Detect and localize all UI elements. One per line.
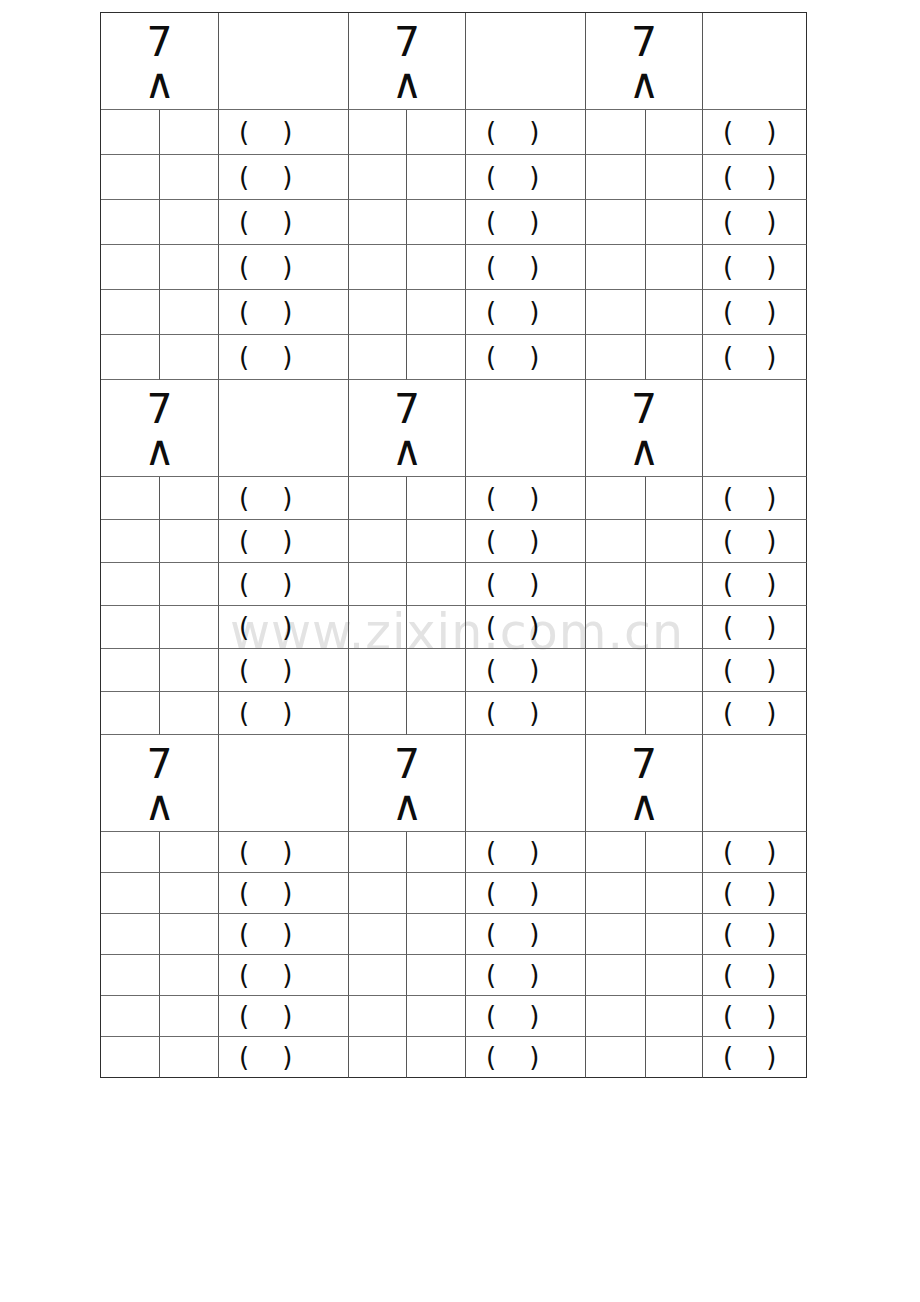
- part-write-cell: [646, 245, 703, 290]
- header-spacer-cell: [219, 735, 349, 832]
- number-bond-header: 7∧: [101, 735, 219, 832]
- answer-parens-cell: ( ): [219, 155, 349, 200]
- answer-parens-cell: ( ): [219, 649, 349, 692]
- worksheet-block: 7∧7∧7∧( )( )( )( )( )( )( )( )( )( )( )(…: [101, 13, 807, 380]
- part-write-cell: [586, 649, 646, 692]
- part-write-cell: [586, 110, 646, 155]
- part-write-cell: [646, 955, 703, 996]
- part-write-cell: [349, 245, 407, 290]
- answer-parens-cell: ( ): [703, 245, 807, 290]
- part-write-cell: [101, 692, 160, 735]
- part-write-cell: [586, 335, 646, 380]
- part-write-cell: [160, 245, 219, 290]
- part-write-cell: [646, 873, 703, 914]
- answer-parens-cell: ( ): [703, 955, 807, 996]
- part-write-cell: [160, 955, 219, 996]
- part-write-cell: [101, 335, 160, 380]
- part-write-cell: [407, 245, 466, 290]
- part-write-cell: [407, 200, 466, 245]
- part-write-cell: [586, 955, 646, 996]
- answer-parens-cell: ( ): [466, 914, 586, 955]
- answer-parens-cell: ( ): [219, 996, 349, 1037]
- part-write-cell: [407, 606, 466, 649]
- part-write-cell: [586, 563, 646, 606]
- part-write-cell: [160, 649, 219, 692]
- part-write-cell: [646, 110, 703, 155]
- part-write-cell: [407, 335, 466, 380]
- worksheet-table: 7∧7∧7∧( )( )( )( )( )( )( )( )( )( )( )(…: [100, 12, 807, 1078]
- part-write-cell: [349, 563, 407, 606]
- part-write-cell: [160, 477, 219, 520]
- number-bond-header: 7∧: [586, 13, 703, 110]
- bond-number: 7: [146, 389, 172, 430]
- answer-parens-cell: ( ): [466, 110, 586, 155]
- bond-number: 7: [631, 389, 657, 430]
- header-spacer-cell: [703, 13, 807, 110]
- part-write-cell: [160, 200, 219, 245]
- answer-parens-cell: ( ): [703, 200, 807, 245]
- part-write-cell: [349, 520, 407, 563]
- part-write-cell: [160, 914, 219, 955]
- answer-parens-cell: ( ): [466, 155, 586, 200]
- answer-parens-cell: ( ): [219, 335, 349, 380]
- answer-parens-cell: ( ): [219, 477, 349, 520]
- answer-parens-cell: ( ): [703, 155, 807, 200]
- part-write-cell: [349, 996, 407, 1037]
- answer-parens-cell: ( ): [703, 692, 807, 735]
- part-write-cell: [160, 563, 219, 606]
- answer-parens-cell: ( ): [219, 1037, 349, 1078]
- part-write-cell: [349, 955, 407, 996]
- bond-number: 7: [394, 744, 420, 785]
- answer-parens-cell: ( ): [219, 914, 349, 955]
- part-write-cell: [586, 873, 646, 914]
- part-write-cell: [160, 996, 219, 1037]
- part-write-cell: [160, 110, 219, 155]
- part-write-cell: [349, 832, 407, 873]
- part-write-cell: [160, 832, 219, 873]
- part-write-cell: [407, 692, 466, 735]
- part-write-cell: [349, 606, 407, 649]
- header-spacer-cell: [466, 380, 586, 477]
- part-write-cell: [407, 520, 466, 563]
- bond-number: 7: [394, 389, 420, 430]
- split-caret-icon: ∧: [144, 68, 175, 101]
- answer-parens-cell: ( ): [219, 563, 349, 606]
- part-write-cell: [646, 914, 703, 955]
- split-caret-icon: ∧: [629, 68, 660, 101]
- answer-parens-cell: ( ): [703, 563, 807, 606]
- part-write-cell: [586, 832, 646, 873]
- part-write-cell: [349, 335, 407, 380]
- part-write-cell: [160, 155, 219, 200]
- answer-parens-cell: ( ): [219, 692, 349, 735]
- answer-parens-cell: ( ): [466, 955, 586, 996]
- part-write-cell: [349, 477, 407, 520]
- part-write-cell: [407, 996, 466, 1037]
- header-spacer-cell: [703, 735, 807, 832]
- answer-parens-cell: ( ): [219, 200, 349, 245]
- worksheet-block: 7∧7∧7∧( )( )( )( )( )( )( )( )( )( )( )(…: [101, 735, 807, 1078]
- part-write-cell: [646, 649, 703, 692]
- split-caret-icon: ∧: [392, 790, 423, 823]
- answer-parens-cell: ( ): [703, 1037, 807, 1078]
- part-write-cell: [586, 290, 646, 335]
- answer-parens-cell: ( ): [703, 996, 807, 1037]
- part-write-cell: [586, 155, 646, 200]
- part-write-cell: [349, 914, 407, 955]
- split-caret-icon: ∧: [392, 435, 423, 468]
- part-write-cell: [101, 520, 160, 563]
- answer-parens-cell: ( ): [703, 477, 807, 520]
- part-write-cell: [101, 873, 160, 914]
- answer-parens-cell: ( ): [466, 520, 586, 563]
- part-write-cell: [407, 955, 466, 996]
- split-caret-icon: ∧: [392, 68, 423, 101]
- split-caret-icon: ∧: [144, 435, 175, 468]
- part-write-cell: [349, 692, 407, 735]
- answer-parens-cell: ( ): [219, 832, 349, 873]
- part-write-cell: [160, 606, 219, 649]
- part-write-cell: [646, 335, 703, 380]
- part-write-cell: [646, 692, 703, 735]
- answer-parens-cell: ( ): [466, 477, 586, 520]
- part-write-cell: [407, 477, 466, 520]
- answer-parens-cell: ( ): [466, 692, 586, 735]
- part-write-cell: [349, 110, 407, 155]
- part-write-cell: [349, 200, 407, 245]
- answer-parens-cell: ( ): [466, 335, 586, 380]
- part-write-cell: [586, 996, 646, 1037]
- split-caret-icon: ∧: [629, 435, 660, 468]
- part-write-cell: [101, 477, 160, 520]
- part-write-cell: [586, 477, 646, 520]
- part-write-cell: [101, 606, 160, 649]
- bond-number: 7: [631, 22, 657, 63]
- bond-number: 7: [631, 744, 657, 785]
- answer-parens-cell: ( ): [703, 110, 807, 155]
- part-write-cell: [407, 873, 466, 914]
- bond-number: 7: [146, 744, 172, 785]
- part-write-cell: [101, 914, 160, 955]
- answer-parens-cell: ( ): [466, 832, 586, 873]
- part-write-cell: [586, 520, 646, 563]
- part-write-cell: [646, 832, 703, 873]
- header-spacer-cell: [219, 380, 349, 477]
- part-write-cell: [407, 1037, 466, 1078]
- part-write-cell: [349, 873, 407, 914]
- bond-number: 7: [146, 22, 172, 63]
- part-write-cell: [101, 245, 160, 290]
- part-write-cell: [160, 335, 219, 380]
- number-bond-header: 7∧: [586, 380, 703, 477]
- part-write-cell: [101, 955, 160, 996]
- part-write-cell: [646, 606, 703, 649]
- part-write-cell: [586, 200, 646, 245]
- part-write-cell: [586, 245, 646, 290]
- answer-parens-cell: ( ): [466, 606, 586, 649]
- answer-parens-cell: ( ): [703, 606, 807, 649]
- bond-number: 7: [394, 22, 420, 63]
- part-write-cell: [646, 290, 703, 335]
- answer-parens-cell: ( ): [703, 290, 807, 335]
- answer-parens-cell: ( ): [219, 873, 349, 914]
- answer-parens-cell: ( ): [703, 914, 807, 955]
- part-write-cell: [646, 563, 703, 606]
- part-write-cell: [101, 832, 160, 873]
- answer-parens-cell: ( ): [466, 290, 586, 335]
- answer-parens-cell: ( ): [219, 110, 349, 155]
- answer-parens-cell: ( ): [466, 1037, 586, 1078]
- part-write-cell: [407, 110, 466, 155]
- answer-parens-cell: ( ): [703, 832, 807, 873]
- answer-parens-cell: ( ): [466, 245, 586, 290]
- header-spacer-cell: [219, 13, 349, 110]
- part-write-cell: [101, 200, 160, 245]
- part-write-cell: [160, 520, 219, 563]
- part-write-cell: [646, 996, 703, 1037]
- part-write-cell: [101, 649, 160, 692]
- part-write-cell: [101, 1037, 160, 1078]
- part-write-cell: [160, 1037, 219, 1078]
- part-write-cell: [586, 914, 646, 955]
- part-write-cell: [646, 200, 703, 245]
- part-write-cell: [407, 290, 466, 335]
- part-write-cell: [101, 155, 160, 200]
- part-write-cell: [349, 155, 407, 200]
- split-caret-icon: ∧: [144, 790, 175, 823]
- part-write-cell: [349, 290, 407, 335]
- header-spacer-cell: [466, 13, 586, 110]
- answer-parens-cell: ( ): [219, 606, 349, 649]
- header-spacer-cell: [703, 380, 807, 477]
- part-write-cell: [407, 155, 466, 200]
- part-write-cell: [586, 1037, 646, 1078]
- part-write-cell: [101, 290, 160, 335]
- part-write-cell: [349, 649, 407, 692]
- answer-parens-cell: ( ): [219, 955, 349, 996]
- number-bond-header: 7∧: [349, 380, 466, 477]
- part-write-cell: [407, 649, 466, 692]
- part-write-cell: [101, 110, 160, 155]
- worksheet-block: 7∧7∧7∧( )( )( )( )( )( )( )( )( )( )( )(…: [101, 380, 807, 735]
- part-write-cell: [101, 996, 160, 1037]
- number-bond-header: 7∧: [586, 735, 703, 832]
- part-write-cell: [160, 290, 219, 335]
- answer-parens-cell: ( ): [703, 649, 807, 692]
- part-write-cell: [407, 563, 466, 606]
- part-write-cell: [646, 520, 703, 563]
- answer-parens-cell: ( ): [219, 520, 349, 563]
- part-write-cell: [349, 1037, 407, 1078]
- answer-parens-cell: ( ): [219, 245, 349, 290]
- header-spacer-cell: [466, 735, 586, 832]
- part-write-cell: [646, 477, 703, 520]
- answer-parens-cell: ( ): [466, 996, 586, 1037]
- part-write-cell: [586, 606, 646, 649]
- answer-parens-cell: ( ): [703, 335, 807, 380]
- answer-parens-cell: ( ): [219, 290, 349, 335]
- answer-parens-cell: ( ): [703, 873, 807, 914]
- answer-parens-cell: ( ): [466, 649, 586, 692]
- part-write-cell: [407, 914, 466, 955]
- number-bond-header: 7∧: [101, 13, 219, 110]
- part-write-cell: [160, 692, 219, 735]
- part-write-cell: [646, 155, 703, 200]
- number-bond-header: 7∧: [101, 380, 219, 477]
- answer-parens-cell: ( ): [466, 873, 586, 914]
- number-bond-header: 7∧: [349, 13, 466, 110]
- part-write-cell: [101, 563, 160, 606]
- split-caret-icon: ∧: [629, 790, 660, 823]
- part-write-cell: [160, 873, 219, 914]
- part-write-cell: [646, 1037, 703, 1078]
- answer-parens-cell: ( ): [466, 563, 586, 606]
- number-bond-header: 7∧: [349, 735, 466, 832]
- part-write-cell: [407, 832, 466, 873]
- answer-parens-cell: ( ): [466, 200, 586, 245]
- part-write-cell: [586, 692, 646, 735]
- answer-parens-cell: ( ): [703, 520, 807, 563]
